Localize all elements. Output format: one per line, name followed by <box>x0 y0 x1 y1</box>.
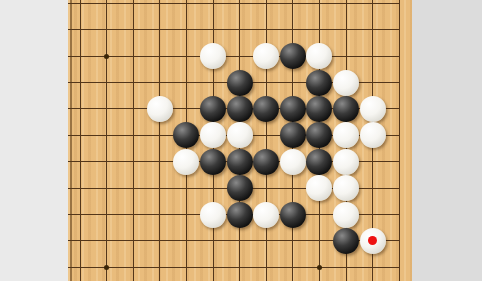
grid-hline <box>68 56 400 57</box>
black-stone <box>227 149 253 175</box>
black-stone <box>200 96 226 122</box>
white-stone <box>173 149 199 175</box>
black-stone <box>253 149 279 175</box>
black-stone <box>200 149 226 175</box>
white-stone <box>360 122 386 148</box>
white-stone <box>333 70 359 96</box>
grid-vline <box>80 0 81 281</box>
white-stone <box>306 175 332 201</box>
black-stone <box>333 96 359 122</box>
white-stone <box>200 43 226 69</box>
black-stone <box>280 43 306 69</box>
last-move-marker <box>368 236 377 245</box>
white-stone <box>333 122 359 148</box>
black-stone <box>227 175 253 201</box>
black-stone <box>306 122 332 148</box>
white-stone <box>360 96 386 122</box>
white-stone <box>147 96 173 122</box>
black-stone <box>227 96 253 122</box>
black-stone <box>280 202 306 228</box>
white-stone <box>333 202 359 228</box>
grid-vline <box>159 0 160 281</box>
black-stone <box>306 70 332 96</box>
left-panel <box>0 0 68 281</box>
board-cut-edge <box>70 0 72 281</box>
white-stone <box>200 122 226 148</box>
black-stone <box>280 96 306 122</box>
grid-vline <box>133 0 134 281</box>
grid-hline <box>68 29 400 30</box>
star-point <box>104 54 109 59</box>
grid-hline <box>68 3 400 4</box>
grid-hline <box>68 267 400 268</box>
black-stone <box>280 122 306 148</box>
go-board[interactable] <box>68 0 412 281</box>
black-stone <box>306 96 332 122</box>
black-stone <box>227 202 253 228</box>
screenshot-canvas <box>0 0 482 281</box>
star-point <box>317 265 322 270</box>
white-stone <box>306 43 332 69</box>
white-stone <box>253 43 279 69</box>
white-stone <box>253 202 279 228</box>
white-stone <box>280 149 306 175</box>
black-stone <box>253 96 279 122</box>
right-panel <box>412 0 482 281</box>
black-stone <box>333 228 359 254</box>
grid-vline <box>399 0 400 281</box>
black-stone <box>306 149 332 175</box>
grid-vline <box>106 0 107 281</box>
white-stone <box>360 228 386 254</box>
white-stone <box>333 149 359 175</box>
white-stone <box>200 202 226 228</box>
white-stone <box>227 122 253 148</box>
black-stone <box>227 70 253 96</box>
star-point <box>104 265 109 270</box>
black-stone <box>173 122 199 148</box>
white-stone <box>333 175 359 201</box>
